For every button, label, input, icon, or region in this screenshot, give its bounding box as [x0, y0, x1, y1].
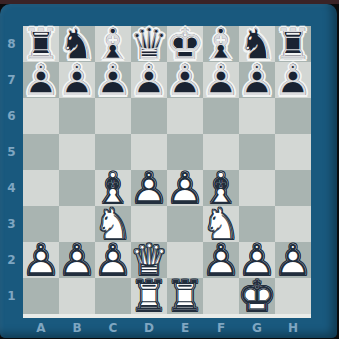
white-pawn-piece: ♟ — [95, 242, 131, 278]
black-rook-piece: ♜ — [23, 26, 59, 62]
white-pawn-piece: ♟ — [275, 242, 311, 278]
square-f5[interactable] — [203, 134, 239, 170]
square-f8[interactable]: ♝♗ — [203, 26, 239, 62]
black-queen-piece: ♛ — [131, 26, 167, 62]
square-g4[interactable] — [239, 170, 275, 206]
square-e7[interactable]: ♟♙ — [167, 62, 203, 98]
white-pawn-outline: ♙ — [239, 242, 275, 278]
square-b3[interactable] — [59, 206, 95, 242]
black-pawn-piece: ♟ — [59, 62, 95, 98]
square-g8[interactable]: ♞♘ — [239, 26, 275, 62]
square-c1[interactable] — [95, 278, 131, 314]
black-knight-piece: ♞ — [59, 26, 95, 62]
white-pawn-outline: ♙ — [203, 242, 239, 278]
square-d2[interactable]: ♛♕ — [131, 242, 167, 278]
rank-label-8: 8 — [0, 26, 23, 62]
white-queen-outline: ♕ — [131, 242, 167, 278]
white-rook-outline: ♖ — [167, 278, 203, 314]
black-knight-piece: ♞ — [239, 26, 275, 62]
white-pawn-outline: ♙ — [59, 242, 95, 278]
black-pawn-piece: ♟ — [23, 62, 59, 98]
black-pawn-piece: ♟ — [167, 62, 203, 98]
square-d1[interactable]: ♜♖ — [131, 278, 167, 314]
file-label-g: G — [239, 318, 275, 337]
square-f2[interactable]: ♟♙ — [203, 242, 239, 278]
square-f3[interactable]: ♞♘ — [203, 206, 239, 242]
black-bishop-outline: ♗ — [203, 26, 239, 62]
black-rook-outline: ♖ — [275, 26, 311, 62]
black-pawn-outline: ♙ — [59, 62, 95, 98]
square-e8[interactable]: ♚♔ — [167, 26, 203, 62]
white-bishop-piece: ♝ — [203, 170, 239, 206]
white-knight-piece: ♞ — [203, 206, 239, 242]
rank-label-4: 4 — [0, 170, 23, 206]
square-b4[interactable] — [59, 170, 95, 206]
chess-board: ♜♖♞♘♝♗♛♕♚♔♝♗♞♘♜♖♟♙♟♙♟♙♟♙♟♙♟♙♟♙♟♙♝♗♟♙♟♙♝♗… — [23, 26, 311, 314]
black-king-piece: ♚ — [167, 26, 203, 62]
square-d6[interactable] — [131, 98, 167, 134]
square-h5[interactable] — [275, 134, 311, 170]
black-pawn-piece: ♟ — [239, 62, 275, 98]
square-h2[interactable]: ♟♙ — [275, 242, 311, 278]
white-knight-outline: ♘ — [203, 206, 239, 242]
square-a1[interactable] — [23, 278, 59, 314]
rank-label-7: 7 — [0, 62, 23, 98]
square-c8[interactable]: ♝♗ — [95, 26, 131, 62]
black-queen-outline: ♕ — [131, 26, 167, 62]
white-pawn-piece: ♟ — [239, 242, 275, 278]
square-h7[interactable]: ♟♙ — [275, 62, 311, 98]
square-d4[interactable]: ♟♙ — [131, 170, 167, 206]
square-g6[interactable] — [239, 98, 275, 134]
square-d3[interactable] — [131, 206, 167, 242]
white-rook-outline: ♖ — [131, 278, 167, 314]
square-e6[interactable] — [167, 98, 203, 134]
black-pawn-outline: ♙ — [131, 62, 167, 98]
file-label-d: D — [131, 318, 167, 337]
square-b7[interactable]: ♟♙ — [59, 62, 95, 98]
file-label-e: E — [167, 318, 203, 337]
white-bishop-outline: ♗ — [95, 170, 131, 206]
white-queen-piece: ♛ — [131, 242, 167, 278]
white-king-outline: ♔ — [239, 278, 275, 314]
rank-label-5: 5 — [0, 134, 23, 170]
rank-label-3: 3 — [0, 206, 23, 242]
black-pawn-outline: ♙ — [203, 62, 239, 98]
file-label-h: H — [275, 318, 311, 337]
square-e2[interactable] — [167, 242, 203, 278]
square-h8[interactable]: ♜♖ — [275, 26, 311, 62]
file-label-b: B — [59, 318, 95, 337]
file-label-f: F — [203, 318, 239, 337]
white-pawn-outline: ♙ — [131, 170, 167, 206]
square-e3[interactable] — [167, 206, 203, 242]
white-pawn-piece: ♟ — [203, 242, 239, 278]
black-pawn-piece: ♟ — [275, 62, 311, 98]
square-a2[interactable]: ♟♙ — [23, 242, 59, 278]
square-f7[interactable]: ♟♙ — [203, 62, 239, 98]
square-h1[interactable] — [275, 278, 311, 314]
white-bishop-piece: ♝ — [95, 170, 131, 206]
black-rook-piece: ♜ — [275, 26, 311, 62]
black-bishop-piece: ♝ — [95, 26, 131, 62]
square-b2[interactable]: ♟♙ — [59, 242, 95, 278]
square-f1[interactable] — [203, 278, 239, 314]
white-pawn-outline: ♙ — [23, 242, 59, 278]
black-pawn-piece: ♟ — [131, 62, 167, 98]
black-bishop-outline: ♗ — [95, 26, 131, 62]
white-rook-piece: ♜ — [167, 278, 203, 314]
black-pawn-outline: ♙ — [95, 62, 131, 98]
square-a6[interactable] — [23, 98, 59, 134]
white-pawn-piece: ♟ — [23, 242, 59, 278]
white-pawn-outline: ♙ — [275, 242, 311, 278]
square-h6[interactable] — [275, 98, 311, 134]
white-pawn-piece: ♟ — [131, 170, 167, 206]
square-e5[interactable] — [167, 134, 203, 170]
square-a4[interactable] — [23, 170, 59, 206]
square-a5[interactable] — [23, 134, 59, 170]
square-c7[interactable]: ♟♙ — [95, 62, 131, 98]
square-b1[interactable] — [59, 278, 95, 314]
file-label-c: C — [95, 318, 131, 337]
rank-label-1: 1 — [0, 278, 23, 314]
black-knight-outline: ♘ — [59, 26, 95, 62]
square-e4[interactable]: ♟♙ — [167, 170, 203, 206]
square-g1[interactable]: ♚♔ — [239, 278, 275, 314]
square-b6[interactable] — [59, 98, 95, 134]
file-label-a: A — [23, 318, 59, 337]
white-rook-piece: ♜ — [131, 278, 167, 314]
square-a3[interactable] — [23, 206, 59, 242]
file-labels-row: A B C D E F G H — [23, 318, 311, 337]
black-knight-outline: ♘ — [239, 26, 275, 62]
square-d5[interactable] — [131, 134, 167, 170]
white-knight-outline: ♘ — [95, 206, 131, 242]
white-king-piece: ♚ — [239, 278, 275, 314]
square-g2[interactable]: ♟♙ — [239, 242, 275, 278]
square-h3[interactable] — [275, 206, 311, 242]
black-pawn-piece: ♟ — [95, 62, 131, 98]
square-a7[interactable]: ♟♙ — [23, 62, 59, 98]
square-e1[interactable]: ♜♖ — [167, 278, 203, 314]
square-d7[interactable]: ♟♙ — [131, 62, 167, 98]
black-pawn-outline: ♙ — [167, 62, 203, 98]
square-f6[interactable] — [203, 98, 239, 134]
square-g3[interactable] — [239, 206, 275, 242]
square-h4[interactable] — [275, 170, 311, 206]
black-king-outline: ♔ — [167, 26, 203, 62]
square-c2[interactable]: ♟♙ — [95, 242, 131, 278]
square-c6[interactable] — [95, 98, 131, 134]
black-pawn-outline: ♙ — [23, 62, 59, 98]
square-c4[interactable]: ♝♗ — [95, 170, 131, 206]
white-pawn-piece: ♟ — [59, 242, 95, 278]
white-knight-piece: ♞ — [95, 206, 131, 242]
black-pawn-outline: ♙ — [275, 62, 311, 98]
white-pawn-outline: ♙ — [95, 242, 131, 278]
white-bishop-outline: ♗ — [203, 170, 239, 206]
chess-board-panel: 8 7 6 5 4 3 2 1 ♜♖♞♘♝♗♛♕♚♔♝♗♞♘♜♖♟♙♟♙♟♙♟♙… — [0, 4, 337, 338]
white-pawn-piece: ♟ — [167, 170, 203, 206]
square-a8[interactable]: ♜♖ — [23, 26, 59, 62]
square-b5[interactable] — [59, 134, 95, 170]
square-d8[interactable]: ♛♕ — [131, 26, 167, 62]
rank-label-6: 6 — [0, 98, 23, 134]
rank-labels-column: 8 7 6 5 4 3 2 1 — [0, 26, 23, 314]
white-pawn-outline: ♙ — [167, 170, 203, 206]
black-rook-outline: ♖ — [23, 26, 59, 62]
square-b8[interactable]: ♞♘ — [59, 26, 95, 62]
square-f4[interactable]: ♝♗ — [203, 170, 239, 206]
rank-label-2: 2 — [0, 242, 23, 278]
square-g7[interactable]: ♟♙ — [239, 62, 275, 98]
square-g5[interactable] — [239, 134, 275, 170]
black-pawn-outline: ♙ — [239, 62, 275, 98]
square-c5[interactable] — [95, 134, 131, 170]
black-bishop-piece: ♝ — [203, 26, 239, 62]
square-c3[interactable]: ♞♘ — [95, 206, 131, 242]
black-pawn-piece: ♟ — [203, 62, 239, 98]
